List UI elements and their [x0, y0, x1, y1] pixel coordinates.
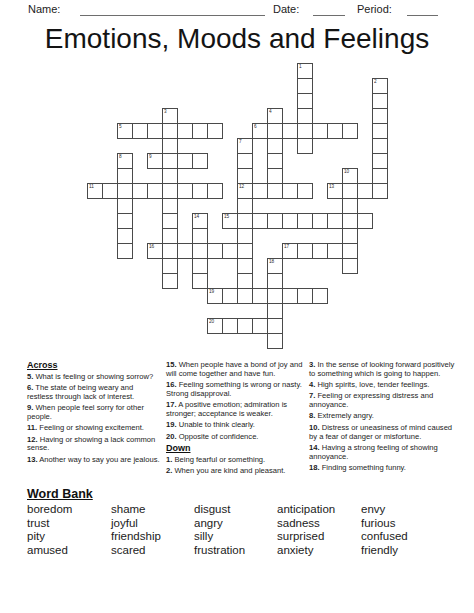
- cell-number: 6: [254, 124, 257, 129]
- clues-column-right: 3. In the sense of looking forward posit…: [309, 361, 457, 475]
- grid-cell-r10c13[interactable]: [282, 213, 298, 229]
- grid-cell-r1c14[interactable]: [297, 78, 313, 94]
- cell-number: 3: [164, 109, 167, 114]
- grid-cell-r8c11[interactable]: [252, 183, 268, 199]
- word-bank-item-anxiety: anxiety: [277, 544, 361, 558]
- word-bank-item-surprised: surprised: [277, 530, 361, 544]
- grid-cell-r6c5[interactable]: [162, 153, 178, 169]
- grid-cell-r4c19[interactable]: [372, 123, 388, 139]
- grid-cell-r6c19[interactable]: [372, 153, 388, 169]
- clue-across-20: 20. Opposite of confidence.: [166, 433, 311, 442]
- grid-cell-r8c12[interactable]: [267, 183, 283, 199]
- grid-cell-r10c10[interactable]: [237, 213, 253, 229]
- grid-cell-r7c19[interactable]: [372, 168, 388, 184]
- clues-column-left: Across 5. What is feeling or showing sor…: [27, 361, 161, 467]
- cell-number: 2: [374, 79, 377, 84]
- grid-cell-r12c6[interactable]: [177, 243, 193, 259]
- grid-cell-r12c7[interactable]: [192, 243, 208, 259]
- clue-across-6: 6. The state of being weary and restless…: [27, 384, 161, 402]
- clue-across-17: 17. A positive emotion; admiration is st…: [166, 401, 311, 419]
- grid-cell-r15c9[interactable]: [222, 288, 238, 304]
- word-bank-item-shame: shame: [111, 503, 194, 517]
- grid-cell-r17c9[interactable]: [222, 318, 238, 334]
- cell-number: 8: [119, 154, 122, 159]
- word-bank-item-confused: confused: [361, 530, 451, 544]
- grid-cell-r10c15[interactable]: [312, 213, 328, 229]
- clue-across-11: 11. Feeling or showing excitement.: [27, 424, 161, 433]
- grid-cell-r12c15[interactable]: [312, 243, 328, 259]
- clue-down-2: 2. When you are kind and pleasant.: [166, 467, 311, 476]
- word-bank-item-silly: silly: [194, 530, 277, 544]
- cell-number: 19: [209, 289, 214, 294]
- word-bank-item-boredom: boredom: [27, 503, 111, 517]
- grid-cell-r8c8[interactable]: [207, 183, 223, 199]
- grid-cell-r18c12[interactable]: [267, 333, 283, 349]
- cell-number: 10: [344, 169, 349, 174]
- grid-cell-r8c4[interactable]: [147, 183, 163, 199]
- grid-cell-r8c2[interactable]: [117, 183, 133, 199]
- cell-number: 15: [224, 214, 229, 219]
- grid-cell-r3c14[interactable]: [297, 108, 313, 124]
- clue-down-18: 18. Finding something funny.: [309, 464, 457, 473]
- grid-cell-r10c11[interactable]: [252, 213, 268, 229]
- cell-number: 18: [269, 259, 274, 264]
- page-title: Emotions, Moods and Feelings: [0, 24, 474, 54]
- grid-cell-r5c14[interactable]: [297, 138, 313, 154]
- grid-cell-r4c14[interactable]: [297, 123, 313, 139]
- word-bank-item-envy: envy: [361, 503, 451, 517]
- grid-cell-r15c15[interactable]: [312, 288, 328, 304]
- grid-cell-r15c14[interactable]: [297, 288, 313, 304]
- grid-cell-r6c7[interactable]: [192, 153, 208, 169]
- grid-cell-r12c14[interactable]: [297, 243, 313, 259]
- grid-cell-r15c13[interactable]: [282, 288, 298, 304]
- word-bank-item-friendly: friendly: [361, 544, 451, 558]
- word-bank-item-scared: scared: [111, 544, 194, 558]
- grid-cell-r2c19[interactable]: [372, 93, 388, 109]
- grid-cell-r14c7[interactable]: [192, 273, 208, 289]
- down-header: Down: [166, 444, 311, 453]
- word-bank-item-amused: amused: [27, 544, 111, 558]
- period-blank-line[interactable]: [407, 1, 438, 16]
- grid-cell-r8c18[interactable]: [357, 183, 373, 199]
- grid-cell-r5c19[interactable]: [372, 138, 388, 154]
- grid-cell-r12c10[interactable]: [237, 243, 253, 259]
- grid-cell-r3c12[interactable]: 4: [267, 108, 283, 124]
- grid-cell-r4c13[interactable]: [282, 123, 298, 139]
- grid-cell-r17c8[interactable]: 20: [207, 318, 223, 334]
- grid-cell-r4c2[interactable]: 5: [117, 123, 133, 139]
- grid-cell-r12c2[interactable]: [117, 243, 133, 259]
- clue-down-8: 8. Extremely angry.: [309, 412, 457, 421]
- cell-number: 5: [119, 124, 122, 129]
- name-label: Name:: [28, 3, 60, 15]
- word-bank-header: Word Bank: [27, 487, 93, 501]
- clues-column-middle: 15. When people have a bond of joy and w…: [166, 361, 311, 478]
- grid-cell-r8c14[interactable]: [297, 183, 313, 199]
- grid-cell-r15c11[interactable]: [252, 288, 268, 304]
- cell-number: 16: [149, 244, 154, 249]
- grid-cell-r10c16[interactable]: [327, 213, 343, 229]
- grid-cell-r9c5[interactable]: [162, 198, 178, 214]
- grid-cell-r8c17[interactable]: [342, 183, 358, 199]
- cell-number: 12: [239, 184, 244, 189]
- word-bank-item-trust: trust: [27, 517, 111, 531]
- grid-cell-r7c12[interactable]: [267, 168, 283, 184]
- grid-cell-r3c5[interactable]: 3: [162, 108, 178, 124]
- cell-number: 1: [299, 64, 302, 69]
- grid-cell-r15c8[interactable]: 19: [207, 288, 223, 304]
- cell-number: 11: [89, 184, 94, 189]
- grid-cell-r4c3[interactable]: [132, 123, 148, 139]
- word-bank-item-joyful: joyful: [111, 517, 194, 531]
- grid-cell-r15c12[interactable]: [267, 288, 283, 304]
- grid-cell-r12c13[interactable]: 17: [282, 243, 298, 259]
- grid-cell-r12c8[interactable]: [207, 243, 223, 259]
- crossword-grid: 1234567891011121314151617181920: [87, 63, 389, 350]
- clue-down-1: 1. Being fearful or something.: [166, 456, 311, 465]
- grid-cell-r10c2[interactable]: [117, 213, 133, 229]
- cell-number: 17: [284, 244, 289, 249]
- grid-cell-r10c12[interactable]: [267, 213, 283, 229]
- cell-number: 7: [239, 139, 242, 144]
- grid-cell-r5c10[interactable]: 7: [237, 138, 253, 154]
- grid-cell-r1c19[interactable]: 2: [372, 78, 388, 94]
- grid-cell-r8c19[interactable]: [372, 183, 388, 199]
- grid-cell-r15c10[interactable]: [237, 288, 253, 304]
- grid-cell-r8c13[interactable]: [282, 183, 298, 199]
- clue-across-5: 5. What is feeling or showing sorrow?: [27, 373, 161, 382]
- cell-number: 20: [209, 319, 214, 324]
- word-bank: boredomshamedisgustanticipationenvytrust…: [27, 503, 457, 557]
- grid-cell-r4c15[interactable]: [312, 123, 328, 139]
- clue-across-15: 15. When people have a bond of joy and w…: [166, 361, 311, 379]
- grid-cell-r5c12[interactable]: [267, 138, 283, 154]
- grid-cell-r4c11[interactable]: 6: [252, 123, 268, 139]
- clue-down-10: 10. Distress or uneasiness of mind cause…: [309, 424, 457, 442]
- grid-cell-r13c7[interactable]: [192, 258, 208, 274]
- grid-cell-r8c16[interactable]: 13: [327, 183, 343, 199]
- grid-cell-r13c12[interactable]: 18: [267, 258, 283, 274]
- grid-cell-r8c6[interactable]: [177, 183, 193, 199]
- grid-cell-r12c16[interactable]: [327, 243, 343, 259]
- grid-cell-r3c19[interactable]: [372, 108, 388, 124]
- clue-down-4: 4. High spirits, love, tender feelings.: [309, 381, 457, 390]
- grid-cell-r17c11[interactable]: [252, 318, 268, 334]
- date-label: Date:: [273, 3, 299, 15]
- grid-cell-r4c7[interactable]: [192, 123, 208, 139]
- grid-cell-r17c12[interactable]: [267, 318, 283, 334]
- clue-across-13: 13. Another way to say you are jealous.: [27, 456, 161, 465]
- clue-down-3: 3. In the sense of looking forward posit…: [309, 361, 457, 379]
- grid-cell-r8c3[interactable]: [132, 183, 148, 199]
- grid-cell-r13c17[interactable]: [342, 258, 358, 274]
- grid-cell-r12c5[interactable]: [162, 243, 178, 259]
- cell-number: 4: [269, 109, 272, 114]
- grid-cell-r13c5[interactable]: [162, 258, 178, 274]
- grid-cell-r13c10[interactable]: [237, 258, 253, 274]
- grid-cell-r6c4[interactable]: 9: [147, 153, 163, 169]
- grid-cell-r11c7[interactable]: [192, 228, 208, 244]
- clue-across-12: 12. Having or showing a lack common sens…: [27, 436, 161, 454]
- grid-cell-r6c10[interactable]: [237, 153, 253, 169]
- name-blank-line[interactable]: [80, 1, 265, 16]
- clue-down-14: 14. Having a strong feeling of showing a…: [309, 444, 457, 462]
- grid-cell-r17c10[interactable]: [237, 318, 253, 334]
- grid-cell-r4c4[interactable]: [147, 123, 163, 139]
- grid-cell-r8c1[interactable]: [102, 183, 118, 199]
- grid-cell-r0c14[interactable]: 1: [297, 63, 313, 79]
- grid-cell-r4c5[interactable]: [162, 123, 178, 139]
- word-bank-item-angry: angry: [194, 517, 277, 531]
- grid-cell-r4c16[interactable]: [327, 123, 343, 139]
- grid-cell-r2c14[interactable]: [297, 93, 313, 109]
- word-bank-item-anticipation: anticipation: [277, 503, 361, 517]
- grid-cell-r14c5[interactable]: [162, 273, 178, 289]
- grid-cell-r10c14[interactable]: [297, 213, 313, 229]
- grid-cell-r10c7[interactable]: 14: [192, 213, 208, 229]
- grid-cell-r10c5[interactable]: [162, 213, 178, 229]
- grid-cell-r4c6[interactable]: [177, 123, 193, 139]
- grid-cell-r11c5[interactable]: [162, 228, 178, 244]
- grid-cell-r4c8[interactable]: [207, 123, 223, 139]
- grid-cell-r10c17[interactable]: [342, 213, 358, 229]
- grid-cell-r10c9[interactable]: 15: [222, 213, 238, 229]
- grid-cell-r4c17[interactable]: [342, 123, 358, 139]
- grid-cell-r12c4[interactable]: 16: [147, 243, 163, 259]
- grid-cell-r7c2[interactable]: [117, 168, 133, 184]
- across-header: Across: [27, 361, 161, 370]
- grid-cell-r11c2[interactable]: [117, 228, 133, 244]
- grid-cell-r6c6[interactable]: [177, 153, 193, 169]
- word-bank-item-disgust: disgust: [194, 503, 277, 517]
- grid-cell-r7c5[interactable]: [162, 168, 178, 184]
- word-bank-item-friendship: friendship: [111, 530, 194, 544]
- grid-cell-r8c5[interactable]: [162, 183, 178, 199]
- grid-cell-r9c17[interactable]: [342, 198, 358, 214]
- grid-cell-r11c10[interactable]: [237, 228, 253, 244]
- period-label: Period:: [357, 3, 392, 15]
- word-bank-item-pity: pity: [27, 530, 111, 544]
- grid-cell-r8c7[interactable]: [192, 183, 208, 199]
- grid-cell-r16c12[interactable]: [267, 303, 283, 319]
- grid-cell-r14c12[interactable]: [267, 273, 283, 289]
- grid-cell-r9c10[interactable]: [237, 198, 253, 214]
- grid-cell-r6c2[interactable]: 8: [117, 153, 133, 169]
- clue-across-9: 9. When people feel sorry for other peop…: [27, 404, 161, 422]
- grid-cell-r9c2[interactable]: [117, 198, 133, 214]
- grid-cell-r12c9[interactable]: [222, 243, 238, 259]
- clue-down-7: 7. Feeling or expressing distress and an…: [309, 392, 457, 410]
- date-blank-line[interactable]: [313, 1, 345, 16]
- cell-number: 9: [149, 154, 152, 159]
- grid-cell-r6c12[interactable]: [267, 153, 283, 169]
- clue-across-16: 16. Feeling something is wrong or nasty.…: [166, 381, 311, 399]
- grid-cell-r8c10[interactable]: 12: [237, 183, 253, 199]
- grid-cell-r10c18[interactable]: [357, 213, 373, 229]
- clue-across-19: 19. Unable to think clearly.: [166, 421, 311, 430]
- word-bank-item-frustration: frustration: [194, 544, 277, 558]
- grid-cell-r5c5[interactable]: [162, 138, 178, 154]
- word-bank-item-sadness: sadness: [277, 517, 361, 531]
- cell-number: 13: [329, 184, 334, 189]
- grid-cell-r7c10[interactable]: [237, 168, 253, 184]
- cell-number: 14: [194, 214, 199, 219]
- grid-cell-r14c10[interactable]: [237, 273, 253, 289]
- grid-cell-r4c12[interactable]: [267, 123, 283, 139]
- grid-cell-r7c17[interactable]: 10: [342, 168, 358, 184]
- grid-cell-r11c17[interactable]: [342, 228, 358, 244]
- grid-cell-r12c17[interactable]: [342, 243, 358, 259]
- grid-cell-r8c0[interactable]: 11: [87, 183, 103, 199]
- word-bank-item-furious: furious: [361, 517, 451, 531]
